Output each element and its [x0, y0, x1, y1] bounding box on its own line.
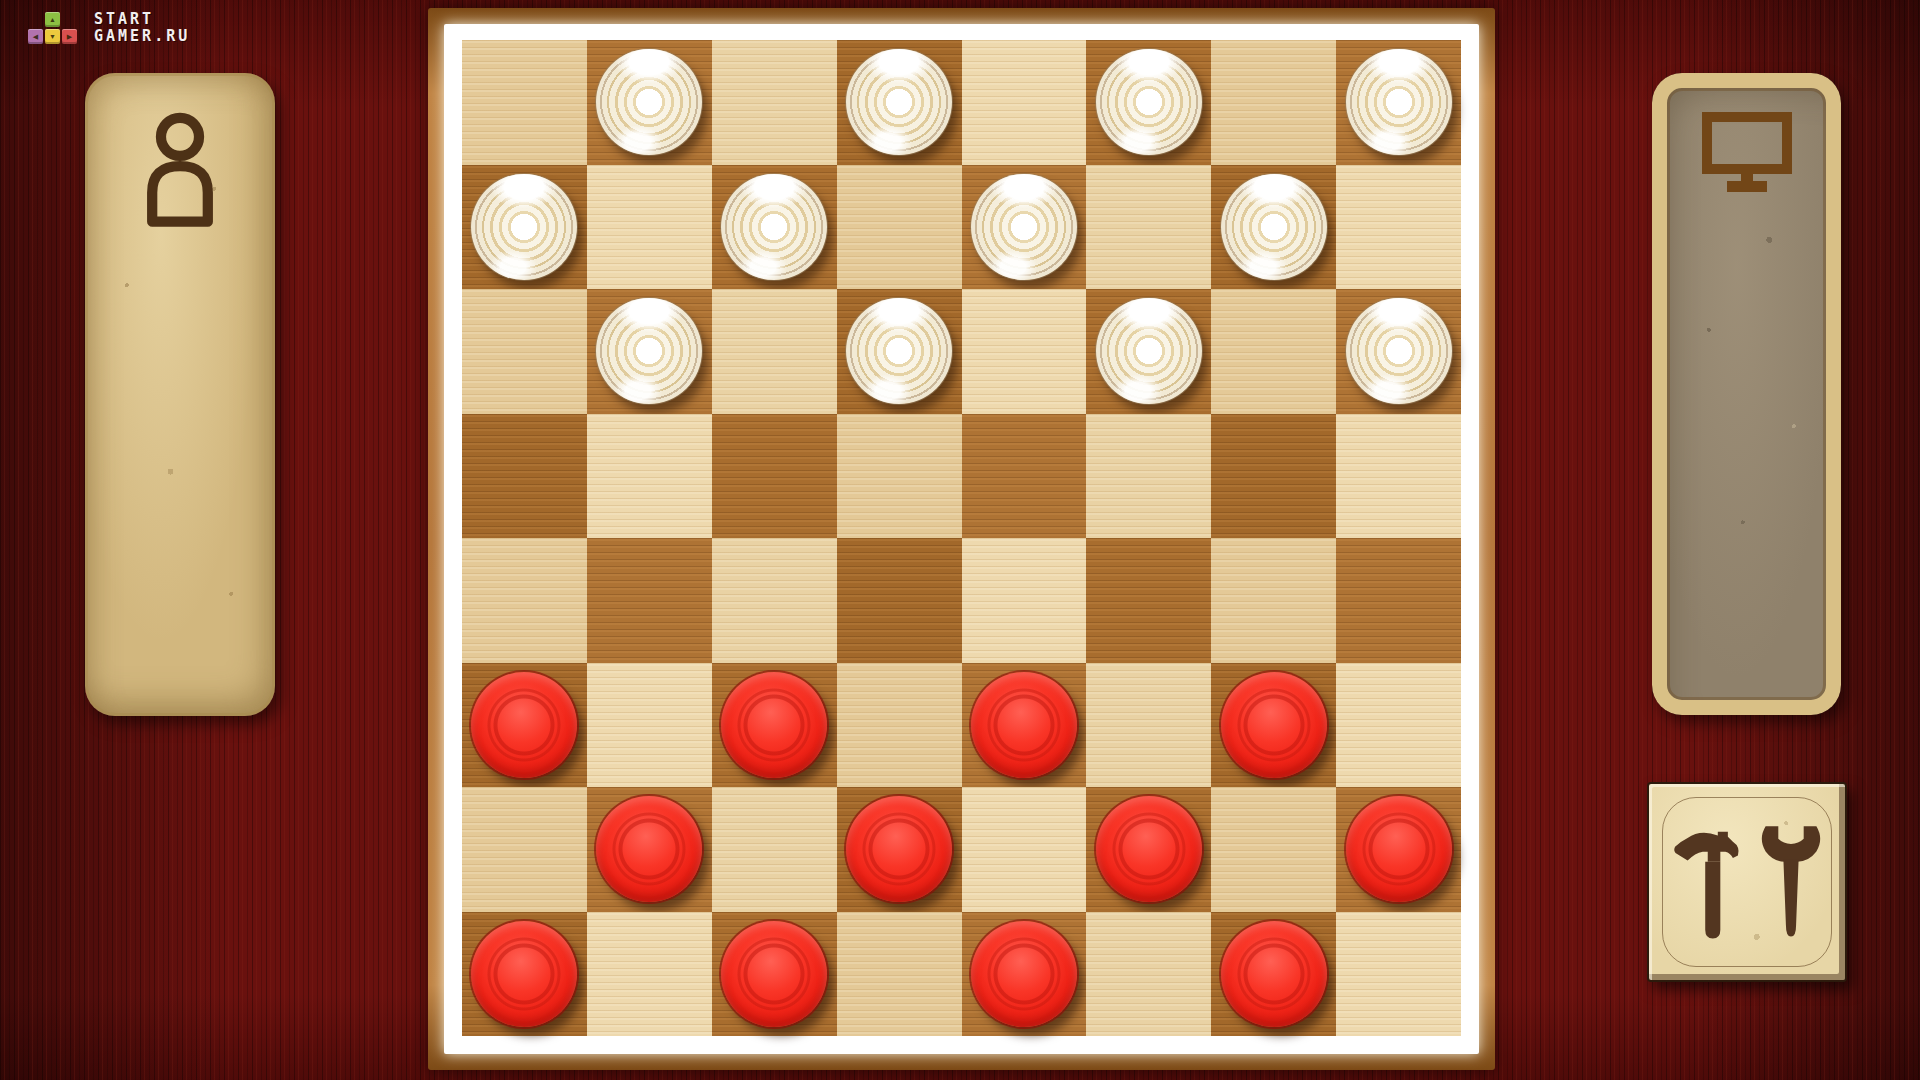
square-r6c6	[1086, 663, 1211, 788]
game-background: { "game": "checkers", "site": { "logo_li…	[0, 0, 1920, 1080]
square-r6c7[interactable]	[1211, 663, 1336, 788]
white-piece[interactable]	[1346, 49, 1452, 155]
site-logo-text: START GAMER.RU	[94, 11, 190, 45]
white-piece[interactable]	[1221, 174, 1327, 280]
tools-button[interactable]	[1647, 782, 1847, 982]
square-r3c8[interactable]	[1336, 289, 1461, 414]
white-piece[interactable]	[721, 174, 827, 280]
square-r2c7[interactable]	[1211, 165, 1336, 290]
square-r5c4[interactable]	[837, 538, 962, 663]
square-r6c1[interactable]	[462, 663, 587, 788]
square-r8c8	[1336, 912, 1461, 1037]
white-piece[interactable]	[1346, 298, 1452, 404]
square-r7c6[interactable]	[1086, 787, 1211, 912]
square-r2c4	[837, 165, 962, 290]
square-r1c8[interactable]	[1336, 40, 1461, 165]
dpad-up-icon: ▲	[45, 12, 60, 27]
square-r8c3[interactable]	[712, 912, 837, 1037]
square-r1c3	[712, 40, 837, 165]
square-r8c4	[837, 912, 962, 1037]
square-r5c6[interactable]	[1086, 538, 1211, 663]
square-r5c1	[462, 538, 587, 663]
square-r5c7	[1211, 538, 1336, 663]
square-r6c2	[587, 663, 712, 788]
white-piece[interactable]	[1096, 49, 1202, 155]
square-r8c7[interactable]	[1211, 912, 1336, 1037]
square-r5c8[interactable]	[1336, 538, 1461, 663]
square-r2c5[interactable]	[962, 165, 1087, 290]
white-piece[interactable]	[471, 174, 577, 280]
square-r7c1	[462, 787, 587, 912]
red-piece[interactable]	[1346, 796, 1452, 902]
red-piece[interactable]	[971, 921, 1077, 1027]
square-r3c2[interactable]	[587, 289, 712, 414]
red-piece[interactable]	[846, 796, 952, 902]
square-r6c4	[837, 663, 962, 788]
white-piece[interactable]	[846, 298, 952, 404]
square-r4c8	[1336, 414, 1461, 539]
white-piece[interactable]	[1096, 298, 1202, 404]
square-r3c6[interactable]	[1086, 289, 1211, 414]
square-r5c3	[712, 538, 837, 663]
square-r6c8	[1336, 663, 1461, 788]
red-piece[interactable]	[971, 672, 1077, 778]
red-piece[interactable]	[1221, 672, 1327, 778]
dpad-logo-icon: ▲ ◀ ▼ ▶	[28, 8, 78, 48]
square-r2c1[interactable]	[462, 165, 587, 290]
white-piece[interactable]	[846, 49, 952, 155]
white-piece[interactable]	[596, 298, 702, 404]
red-piece[interactable]	[721, 921, 827, 1027]
square-r1c5	[962, 40, 1087, 165]
square-r2c8	[1336, 165, 1461, 290]
square-r3c4[interactable]	[837, 289, 962, 414]
square-r3c3	[712, 289, 837, 414]
red-piece[interactable]	[471, 921, 577, 1027]
square-r1c4[interactable]	[837, 40, 962, 165]
dpad-right-icon: ▶	[62, 29, 77, 44]
square-r5c5	[962, 538, 1087, 663]
square-r5c2[interactable]	[587, 538, 712, 663]
square-r8c6	[1086, 912, 1211, 1037]
hammer-wrench-icon	[1649, 784, 1845, 980]
human-player-icon	[136, 109, 224, 233]
red-piece[interactable]	[471, 672, 577, 778]
square-r3c5	[962, 289, 1087, 414]
square-r7c4[interactable]	[837, 787, 962, 912]
left-player-panel	[85, 73, 275, 716]
square-r1c1	[462, 40, 587, 165]
square-r3c1	[462, 289, 587, 414]
site-logo-line2: GAMER.RU	[94, 28, 190, 45]
site-logo: ▲ ◀ ▼ ▶ START GAMER.RU	[28, 8, 190, 48]
square-r1c7	[1211, 40, 1336, 165]
computer-player-icon	[1701, 111, 1793, 199]
square-r2c2	[587, 165, 712, 290]
white-piece[interactable]	[596, 49, 702, 155]
square-r4c3[interactable]	[712, 414, 837, 539]
site-logo-line1: START	[94, 11, 190, 28]
square-r4c1[interactable]	[462, 414, 587, 539]
square-r1c2[interactable]	[587, 40, 712, 165]
square-r2c3[interactable]	[712, 165, 837, 290]
dpad-down-icon: ▼	[45, 29, 60, 44]
square-r4c7[interactable]	[1211, 414, 1336, 539]
square-r6c5[interactable]	[962, 663, 1087, 788]
square-r7c5	[962, 787, 1087, 912]
square-r7c2[interactable]	[587, 787, 712, 912]
red-piece[interactable]	[596, 796, 702, 902]
red-piece[interactable]	[721, 672, 827, 778]
square-r8c1[interactable]	[462, 912, 587, 1037]
board-grid	[462, 40, 1461, 1036]
square-r1c6[interactable]	[1086, 40, 1211, 165]
board-frame	[428, 8, 1495, 1070]
square-r7c3	[712, 787, 837, 912]
square-r4c5[interactable]	[962, 414, 1087, 539]
square-r7c8[interactable]	[1336, 787, 1461, 912]
right-player-panel	[1652, 73, 1841, 715]
square-r2c6	[1086, 165, 1211, 290]
square-r8c5[interactable]	[962, 912, 1087, 1037]
red-piece[interactable]	[1221, 921, 1327, 1027]
square-r6c3[interactable]	[712, 663, 837, 788]
square-r4c4	[837, 414, 962, 539]
square-r3c7	[1211, 289, 1336, 414]
square-r4c6	[1086, 414, 1211, 539]
dpad-left-icon: ◀	[28, 29, 43, 44]
square-r8c2	[587, 912, 712, 1037]
white-piece[interactable]	[971, 174, 1077, 280]
square-r7c7	[1211, 787, 1336, 912]
square-r4c2	[587, 414, 712, 539]
red-piece[interactable]	[1096, 796, 1202, 902]
